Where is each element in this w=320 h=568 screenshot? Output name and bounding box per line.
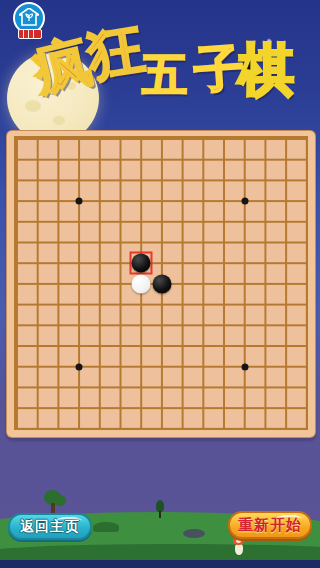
title-char-3: 五 bbox=[142, 52, 187, 97]
restart-button[interactable]: 重新开始 bbox=[228, 511, 312, 539]
house-sprout-icon bbox=[19, 8, 39, 26]
star-point bbox=[76, 198, 83, 205]
publisher-badge[interactable] bbox=[13, 2, 45, 40]
board-panel bbox=[6, 130, 316, 438]
home-button[interactable]: 返回主页 bbox=[8, 513, 92, 540]
button-shine bbox=[56, 517, 82, 525]
small-tree-icon bbox=[155, 500, 165, 518]
bush bbox=[93, 522, 119, 532]
black-stone-h8 bbox=[152, 274, 171, 293]
moon-crater bbox=[53, 116, 65, 125]
star-point bbox=[76, 363, 83, 370]
button-shine bbox=[276, 515, 302, 523]
bottom-strip bbox=[0, 560, 320, 568]
star-point bbox=[241, 198, 248, 205]
moon-crater bbox=[25, 100, 41, 112]
title-char-2: 狂 bbox=[84, 20, 148, 84]
gomoku-board[interactable] bbox=[14, 136, 308, 430]
tree-icon bbox=[42, 490, 66, 514]
white-stone-g8 bbox=[132, 274, 151, 293]
rock bbox=[183, 529, 205, 538]
star-point bbox=[241, 363, 248, 370]
title-char-5: 棋 bbox=[238, 42, 294, 98]
black-stone-g7 bbox=[132, 254, 151, 273]
mascot-figure bbox=[232, 536, 246, 556]
badge-ribbon-text bbox=[18, 29, 42, 39]
